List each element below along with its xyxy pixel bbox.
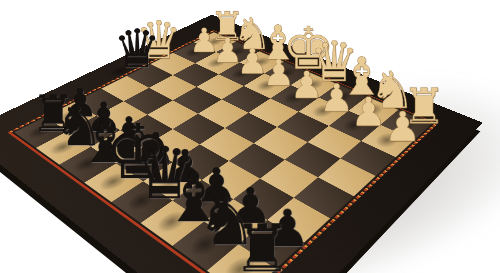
chess-set-product-photo: ♜♞♝♛♚♝♞♜♟♟♟♟♟♟♟♟♜♞♝♛♚♝♞♜♟♟♟♟♟♟♟♟♛♛: [0, 0, 500, 273]
chess-board: ♜♞♝♛♚♝♞♜♟♟♟♟♟♟♟♟♜♞♝♛♚♝♞♜♟♟♟♟♟♟♟♟♛♛: [0, 15, 483, 273]
perspective-wrapper: ♜♞♝♛♚♝♞♜♟♟♟♟♟♟♟♟♜♞♝♛♚♝♞♜♟♟♟♟♟♟♟♟♛♛: [0, 0, 500, 273]
piece-white-pawn-a2-glyph: ♟: [383, 106, 422, 147]
piece-white-pawn-b2-glyph: ♟: [350, 92, 387, 132]
piece-black-rook-a8-glyph: ♜: [233, 215, 283, 273]
